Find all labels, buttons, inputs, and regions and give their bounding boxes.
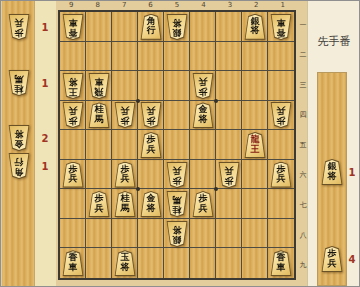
shogi-piece[interactable]: 桂 馬 (166, 191, 188, 217)
board-cell[interactable] (60, 130, 86, 160)
piece-kanji: 歩 兵 (192, 77, 214, 96)
piece-body: 歩 兵 (114, 162, 136, 188)
shogi-piece[interactable]: 龍 王 (244, 132, 266, 158)
piece-kanji: 歩 兵 (140, 106, 162, 125)
file-label: 1 (270, 2, 296, 9)
rank-label: 九 (298, 261, 308, 269)
board-cell[interactable] (190, 160, 216, 190)
piece-body: 金 将 (140, 191, 162, 217)
shogi-piece[interactable]: 角 行 (140, 14, 162, 40)
board-cell[interactable] (138, 160, 164, 190)
piece-kanji: 角 行 (8, 157, 30, 176)
shogi-piece[interactable]: 歩 兵 (192, 191, 214, 217)
board-cell[interactable] (216, 248, 242, 278)
rank-label: 四 (298, 111, 308, 119)
piece-body: 歩 兵 (88, 191, 110, 217)
board-cell[interactable] (242, 101, 268, 131)
piece-body: 桂 馬 (8, 70, 30, 96)
piece-body: 香 車 (62, 250, 84, 276)
piece-kanji: 香 車 (62, 253, 84, 272)
shogi-piece[interactable]: 歩 兵 (62, 102, 84, 128)
shogi-piece[interactable]: 歩 兵 (166, 162, 188, 188)
shogi-piece[interactable]: 銀 将 (166, 14, 188, 40)
shogi-piece[interactable]: 金 将 (192, 102, 214, 128)
hand-count: 1 (38, 22, 52, 33)
shogi-piece[interactable]: 桂 馬 (114, 191, 136, 217)
piece-kanji: 銀 将 (166, 18, 188, 37)
piece-kanji: 金 将 (192, 105, 214, 124)
shogi-piece[interactable]: 金 将 (140, 191, 162, 217)
piece-kanji: 角 行 (140, 17, 162, 36)
piece-body: 香 車 (270, 250, 292, 276)
shogi-piece[interactable]: 歩 兵 (140, 132, 162, 158)
shogi-piece[interactable]: 香 車 (270, 14, 292, 40)
shogi-piece[interactable]: 桂 馬 (8, 70, 30, 96)
board-cell[interactable] (242, 219, 268, 249)
shogi-piece[interactable]: 桂 馬 (88, 102, 110, 128)
piece-kanji: 桂 馬 (8, 74, 30, 93)
board-cell[interactable] (242, 189, 268, 219)
piece-body: 歩 兵 (140, 132, 162, 158)
piece-kanji: 歩 兵 (62, 165, 84, 184)
rank-label: 七 (298, 201, 308, 209)
piece-kanji: 香 車 (62, 18, 84, 37)
piece-kanji: 桂 馬 (88, 105, 110, 124)
rank-label: 六 (298, 171, 308, 179)
piece-kanji: 歩 兵 (114, 106, 136, 125)
board-cell[interactable] (242, 42, 268, 72)
piece-body: 飛 車 (88, 73, 110, 99)
shogi-piece[interactable]: 歩 兵 (321, 246, 343, 272)
shogi-piece[interactable]: 銀 将 (244, 14, 266, 40)
piece-kanji: 歩 兵 (270, 106, 292, 125)
board-cell[interactable] (216, 12, 242, 42)
piece-body: 銀 将 (166, 221, 188, 247)
file-label: 6 (138, 2, 164, 9)
board-cell[interactable] (112, 219, 138, 249)
board-cell[interactable] (60, 189, 86, 219)
board-cell[interactable] (86, 160, 112, 190)
shogi-app-window: 先手番 987654321一二三四五六七八九 香 車角 行銀 将銀 将香 車王 … (0, 0, 360, 287)
hand-count: 1 (345, 167, 359, 178)
rank-label: 一 (298, 21, 308, 29)
shogi-piece[interactable]: 銀 将 (321, 159, 343, 185)
hand-count: 2 (38, 133, 52, 144)
shogi-piece[interactable]: 銀 将 (166, 221, 188, 247)
board-cell[interactable] (164, 71, 190, 101)
shogi-piece[interactable]: 香 車 (62, 250, 84, 276)
board-cell[interactable] (86, 248, 112, 278)
file-label: 7 (111, 2, 137, 9)
piece-body: 歩 兵 (218, 162, 240, 188)
board-cell[interactable] (112, 42, 138, 72)
board-cell[interactable] (164, 42, 190, 72)
piece-body: 歩 兵 (192, 73, 214, 99)
file-label: 4 (190, 2, 216, 9)
rank-label: 三 (298, 81, 308, 89)
piece-kanji: 香 車 (270, 253, 292, 272)
board-cell[interactable] (190, 219, 216, 249)
file-label: 9 (58, 2, 84, 9)
piece-body: 歩 兵 (62, 162, 84, 188)
board-cell[interactable] (268, 189, 294, 219)
piece-kanji: 歩 兵 (270, 165, 292, 184)
shogi-piece[interactable]: 歩 兵 (192, 73, 214, 99)
shogi-piece[interactable]: 歩 兵 (270, 102, 292, 128)
piece-kanji: 歩 兵 (8, 18, 30, 37)
board-cell[interactable] (112, 130, 138, 160)
piece-kanji: 金 将 (140, 194, 162, 213)
board-cell[interactable] (268, 219, 294, 249)
board-cell[interactable] (138, 42, 164, 72)
board-cell[interactable] (86, 12, 112, 42)
board-cell[interactable] (86, 42, 112, 72)
file-label: 5 (164, 2, 190, 9)
board-cell[interactable] (216, 42, 242, 72)
rank-label: 二 (298, 51, 308, 59)
shogi-piece[interactable]: 飛 車 (88, 73, 110, 99)
piece-kanji: 王 将 (62, 77, 84, 96)
shogi-piece[interactable]: 香 車 (270, 250, 292, 276)
board-cell[interactable] (164, 101, 190, 131)
board-cell[interactable] (164, 130, 190, 160)
piece-body: 桂 馬 (114, 191, 136, 217)
piece-body: 歩 兵 (8, 14, 30, 40)
piece-kanji: 歩 兵 (88, 194, 110, 213)
piece-body: 桂 馬 (166, 191, 188, 217)
piece-kanji: 歩 兵 (218, 166, 240, 185)
board-cell[interactable] (242, 71, 268, 101)
piece-body: 歩 兵 (62, 102, 84, 128)
piece-body: 王 将 (62, 73, 84, 99)
piece-kanji: 飛 車 (88, 77, 110, 96)
shogi-piece[interactable]: 歩 兵 (114, 102, 136, 128)
rank-label: 五 (298, 141, 308, 149)
piece-body: 歩 兵 (166, 162, 188, 188)
shogi-piece[interactable]: 歩 兵 (114, 162, 136, 188)
board-cell[interactable] (86, 130, 112, 160)
piece-kanji: 歩 兵 (140, 135, 162, 154)
board-cell[interactable] (138, 219, 164, 249)
piece-body: 金 将 (192, 102, 214, 128)
board-cell[interactable] (242, 248, 268, 278)
piece-body: 歩 兵 (270, 102, 292, 128)
piece-body: 角 行 (8, 153, 30, 179)
board-cell[interactable] (190, 12, 216, 42)
shogi-piece[interactable]: 歩 兵 (62, 162, 84, 188)
piece-body: 銀 将 (321, 159, 343, 185)
shogi-piece[interactable]: 歩 兵 (218, 162, 240, 188)
piece-body: 歩 兵 (321, 246, 343, 272)
hand-count: 1 (38, 161, 52, 172)
piece-kanji: 龍 王 (244, 135, 266, 154)
board-cell[interactable] (86, 219, 112, 249)
piece-kanji: 歩 兵 (166, 166, 188, 185)
file-label: 3 (217, 2, 243, 9)
shogi-piece[interactable]: 角 行 (8, 153, 30, 179)
piece-body: 香 車 (62, 14, 84, 40)
piece-kanji: 香 車 (270, 18, 292, 37)
piece-kanji: 歩 兵 (192, 194, 214, 213)
piece-kanji: 歩 兵 (321, 249, 343, 268)
piece-kanji: 金 将 (8, 129, 30, 148)
board-cell[interactable] (242, 160, 268, 190)
board-cell[interactable] (138, 248, 164, 278)
piece-body: 銀 将 (166, 14, 188, 40)
shogi-piece[interactable]: 玉 将 (114, 250, 136, 276)
hand-count: 4 (345, 254, 359, 265)
board-cell[interactable] (216, 130, 242, 160)
piece-body: 歩 兵 (114, 102, 136, 128)
board-cell[interactable] (268, 71, 294, 101)
board-cell[interactable] (216, 101, 242, 131)
shogi-piece[interactable]: 王 将 (62, 73, 84, 99)
piece-kanji: 玉 将 (114, 253, 136, 272)
board-cell[interactable] (164, 248, 190, 278)
rank-label: 八 (298, 231, 308, 239)
piece-body: 歩 兵 (140, 102, 162, 128)
shogi-piece[interactable]: 香 車 (62, 14, 84, 40)
file-label: 2 (243, 2, 269, 9)
board-cell[interactable] (216, 189, 242, 219)
turn-indicator: 先手番 (311, 34, 357, 49)
piece-body: 歩 兵 (192, 191, 214, 217)
piece-body: 銀 将 (244, 14, 266, 40)
shogi-piece[interactable]: 歩 兵 (140, 102, 162, 128)
piece-body: 玉 将 (114, 250, 136, 276)
board-cell[interactable] (268, 42, 294, 72)
piece-kanji: 銀 将 (166, 225, 188, 244)
piece-kanji: 歩 兵 (62, 106, 84, 125)
board-cell[interactable] (112, 12, 138, 42)
piece-body: 角 行 (140, 14, 162, 40)
piece-body: 歩 兵 (270, 162, 292, 188)
piece-kanji: 桂 馬 (166, 195, 188, 214)
board-cell[interactable] (190, 130, 216, 160)
board-cell[interactable] (60, 42, 86, 72)
shogi-piece[interactable]: 金 将 (8, 125, 30, 151)
board-cell[interactable] (216, 219, 242, 249)
file-label: 8 (85, 2, 111, 9)
board-cell[interactable] (190, 42, 216, 72)
piece-kanji: 歩 兵 (114, 165, 136, 184)
board-cell[interactable] (112, 71, 138, 101)
piece-body: 龍 王 (244, 132, 266, 158)
shogi-piece[interactable]: 歩 兵 (270, 162, 292, 188)
star-point (214, 99, 218, 103)
board-cell[interactable] (138, 71, 164, 101)
shogi-piece[interactable]: 歩 兵 (8, 14, 30, 40)
piece-kanji: 銀 将 (321, 162, 343, 181)
board-cell[interactable] (268, 130, 294, 160)
shogi-piece[interactable]: 歩 兵 (88, 191, 110, 217)
piece-kanji: 桂 馬 (114, 194, 136, 213)
board-cell[interactable] (216, 71, 242, 101)
board-cell[interactable] (60, 219, 86, 249)
hand-count: 1 (38, 78, 52, 89)
board-cell[interactable] (190, 248, 216, 278)
piece-body: 香 車 (270, 14, 292, 40)
piece-kanji: 銀 将 (244, 17, 266, 36)
piece-body: 桂 馬 (88, 102, 110, 128)
piece-body: 金 将 (8, 125, 30, 151)
